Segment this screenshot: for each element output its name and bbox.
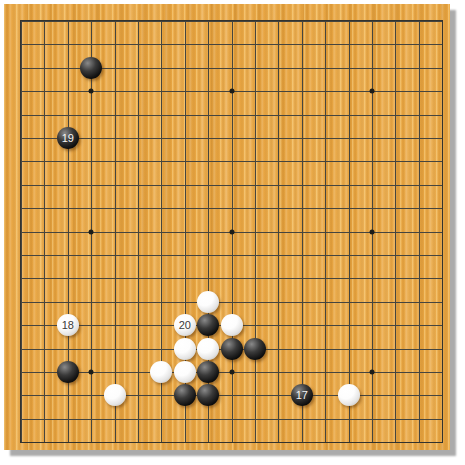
black-stone: 17 [291,384,313,406]
grid-line-v [349,21,350,442]
grid-line-v [325,21,326,442]
black-stone: 19 [57,127,79,149]
grid-line-v [255,21,256,442]
move-number-label: 20 [179,314,191,336]
white-stone [197,338,219,360]
white-stone [197,291,219,313]
black-stone [197,314,219,336]
black-stone [197,361,219,383]
grid-line-v [302,21,303,442]
star-point [89,370,94,375]
star-point [229,229,234,234]
star-point [229,89,234,94]
star-point [89,229,94,234]
black-stone [221,338,243,360]
white-stone [150,361,172,383]
star-point [229,370,234,375]
white-stone [174,338,196,360]
white-stone [221,314,243,336]
black-stone [244,338,266,360]
move-number-label: 18 [62,314,74,336]
star-point [370,370,375,375]
grid-line-h [21,278,442,279]
white-stone [104,384,126,406]
black-stone [174,384,196,406]
white-stone [174,361,196,383]
white-stone: 20 [174,314,196,336]
grid-line-v [442,21,443,442]
white-stone [338,384,360,406]
grid-line-h [21,395,442,396]
grid-line-h [21,302,442,303]
kifu-diagram: 19182017 [0,0,465,465]
grid-line-h [21,442,442,443]
white-stone: 18 [57,314,79,336]
grid-line-v [395,21,396,442]
move-number-label: 17 [296,384,308,406]
black-stone [197,384,219,406]
black-stone [80,57,102,79]
star-point [370,229,375,234]
move-number-label: 19 [62,127,74,149]
star-point [89,89,94,94]
grid-line-h [21,419,442,420]
black-stone [57,361,79,383]
grid-line-h [21,255,442,256]
go-board[interactable]: 19182017 [4,4,450,450]
star-point [370,89,375,94]
grid-line-v [419,21,420,442]
grid-line-v [278,21,279,442]
